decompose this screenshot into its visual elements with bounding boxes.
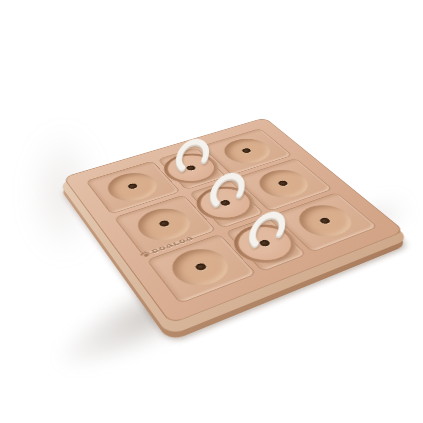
treat-hole bbox=[158, 220, 171, 228]
treat-hole bbox=[319, 217, 332, 225]
treat-well bbox=[163, 243, 238, 293]
board-top-layer: DOGLOG bbox=[63, 117, 405, 324]
treat-hole bbox=[127, 183, 139, 190]
product-photo-stage: DOGLOG bbox=[0, 0, 423, 423]
treat-hole bbox=[277, 180, 289, 187]
treat-well bbox=[100, 168, 165, 206]
treat-well bbox=[130, 203, 200, 246]
puzzle-board: DOGLOG bbox=[63, 117, 405, 324]
board-grid bbox=[64, 118, 403, 323]
treat-hole bbox=[194, 262, 208, 271]
treat-well bbox=[289, 200, 361, 243]
cover-handle[interactable] bbox=[246, 191, 290, 253]
